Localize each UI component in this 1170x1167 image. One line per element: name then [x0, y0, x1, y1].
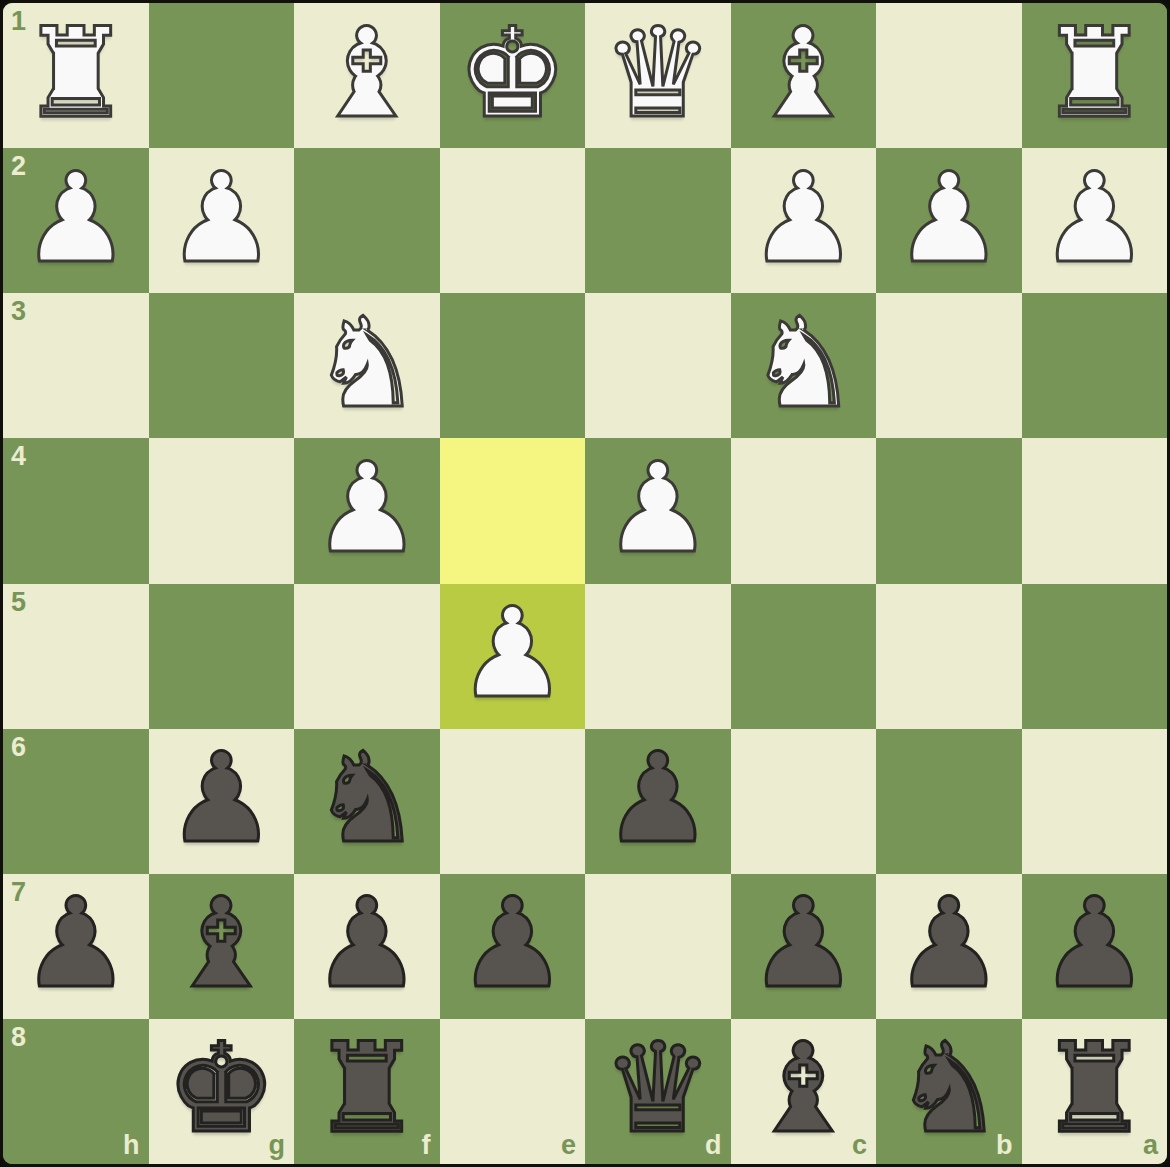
square-h7[interactable]: 7♟: [3, 874, 149, 1019]
white-pawn-a2[interactable]: ♟: [1039, 156, 1150, 280]
white-king-e1[interactable]: ♚: [457, 11, 568, 135]
square-e4[interactable]: [440, 438, 586, 583]
black-rook-f8[interactable]: ♜: [311, 1026, 422, 1150]
white-bishop-c1[interactable]: ♝: [748, 11, 859, 135]
square-c1[interactable]: ♝: [731, 3, 877, 148]
white-bishop-f1[interactable]: ♝: [311, 11, 422, 135]
square-a5[interactable]: [1022, 584, 1168, 729]
square-e7[interactable]: ♟: [440, 874, 586, 1019]
square-b5[interactable]: [876, 584, 1022, 729]
white-knight-f3[interactable]: ♞: [311, 301, 422, 425]
black-queen-d8[interactable]: ♛: [602, 1026, 713, 1150]
square-d8[interactable]: d♛: [585, 1019, 731, 1164]
square-d3[interactable]: [585, 293, 731, 438]
square-h4[interactable]: 4: [3, 438, 149, 583]
square-e8[interactable]: e: [440, 1019, 586, 1164]
square-c5[interactable]: [731, 584, 877, 729]
square-c7[interactable]: ♟: [731, 874, 877, 1019]
square-b8[interactable]: b♞: [876, 1019, 1022, 1164]
square-b4[interactable]: [876, 438, 1022, 583]
square-b7[interactable]: ♟: [876, 874, 1022, 1019]
square-a2[interactable]: ♟: [1022, 148, 1168, 293]
rank-label-8: 8: [11, 1024, 26, 1051]
rank-label-3: 3: [11, 298, 26, 325]
black-pawn-g6[interactable]: ♟: [166, 736, 277, 860]
square-d6[interactable]: ♟: [585, 729, 731, 874]
white-queen-d1[interactable]: ♛: [602, 11, 713, 135]
square-e2[interactable]: [440, 148, 586, 293]
square-c2[interactable]: ♟: [731, 148, 877, 293]
square-b6[interactable]: [876, 729, 1022, 874]
white-pawn-g2[interactable]: ♟: [166, 156, 277, 280]
square-b1[interactable]: [876, 3, 1022, 148]
square-d1[interactable]: ♛: [585, 3, 731, 148]
square-g6[interactable]: ♟: [149, 729, 295, 874]
rank-label-4: 4: [11, 443, 26, 470]
square-f1[interactable]: ♝: [294, 3, 440, 148]
black-pawn-b7[interactable]: ♟: [893, 881, 1004, 1005]
square-h6[interactable]: 6: [3, 729, 149, 874]
black-pawn-f7[interactable]: ♟: [311, 881, 422, 1005]
square-a1[interactable]: ♜: [1022, 3, 1168, 148]
square-h3[interactable]: 3: [3, 293, 149, 438]
square-g3[interactable]: [149, 293, 295, 438]
square-f6[interactable]: ♞: [294, 729, 440, 874]
black-pawn-h7[interactable]: ♟: [20, 881, 131, 1005]
square-a6[interactable]: [1022, 729, 1168, 874]
white-pawn-h2[interactable]: ♟: [20, 156, 131, 280]
square-c8[interactable]: c♝: [731, 1019, 877, 1164]
black-bishop-c8[interactable]: ♝: [748, 1026, 859, 1150]
square-c4[interactable]: [731, 438, 877, 583]
black-pawn-e7[interactable]: ♟: [457, 881, 568, 1005]
square-a7[interactable]: ♟: [1022, 874, 1168, 1019]
square-b3[interactable]: [876, 293, 1022, 438]
rank-label-5: 5: [11, 589, 26, 616]
white-rook-a1[interactable]: ♜: [1039, 11, 1150, 135]
black-knight-f6[interactable]: ♞: [311, 736, 422, 860]
white-pawn-c2[interactable]: ♟: [748, 156, 859, 280]
white-pawn-e5[interactable]: ♟: [457, 591, 568, 715]
black-pawn-d6[interactable]: ♟: [602, 736, 713, 860]
square-d7[interactable]: [585, 874, 731, 1019]
chess-board: 1♜♝♚♛♝♜2♟♟♟♟♟3♞♞4♟♟5♟6♟♞♟7♟♝♟♟♟♟♟8hg♚f♜e…: [0, 0, 1170, 1167]
white-rook-h1[interactable]: ♜: [20, 11, 131, 135]
square-e3[interactable]: [440, 293, 586, 438]
square-h1[interactable]: 1♜: [3, 3, 149, 148]
square-a8[interactable]: a♜: [1022, 1019, 1168, 1164]
square-f4[interactable]: ♟: [294, 438, 440, 583]
file-label-e: e: [561, 1132, 576, 1159]
square-g4[interactable]: [149, 438, 295, 583]
black-knight-b8[interactable]: ♞: [893, 1026, 1004, 1150]
square-f3[interactable]: ♞: [294, 293, 440, 438]
square-g5[interactable]: [149, 584, 295, 729]
square-g2[interactable]: ♟: [149, 148, 295, 293]
black-king-g8[interactable]: ♚: [166, 1026, 277, 1150]
square-e5[interactable]: ♟: [440, 584, 586, 729]
square-c6[interactable]: [731, 729, 877, 874]
square-g8[interactable]: g♚: [149, 1019, 295, 1164]
black-pawn-c7[interactable]: ♟: [748, 881, 859, 1005]
black-bishop-g7[interactable]: ♝: [166, 881, 277, 1005]
black-pawn-a7[interactable]: ♟: [1039, 881, 1150, 1005]
square-h5[interactable]: 5: [3, 584, 149, 729]
white-pawn-d4[interactable]: ♟: [602, 446, 713, 570]
square-f5[interactable]: [294, 584, 440, 729]
square-d2[interactable]: [585, 148, 731, 293]
square-a3[interactable]: [1022, 293, 1168, 438]
square-d4[interactable]: ♟: [585, 438, 731, 583]
file-label-h: h: [123, 1132, 140, 1159]
square-g1[interactable]: [149, 3, 295, 148]
square-h2[interactable]: 2♟: [3, 148, 149, 293]
square-e6[interactable]: [440, 729, 586, 874]
square-g7[interactable]: ♝: [149, 874, 295, 1019]
black-rook-a8[interactable]: ♜: [1039, 1026, 1150, 1150]
white-pawn-f4[interactable]: ♟: [311, 446, 422, 570]
file-label-f: f: [422, 1132, 431, 1159]
square-h8[interactable]: 8h: [3, 1019, 149, 1164]
rank-label-6: 6: [11, 734, 26, 761]
square-f2[interactable]: [294, 148, 440, 293]
square-a4[interactable]: [1022, 438, 1168, 583]
white-knight-c3[interactable]: ♞: [748, 301, 859, 425]
square-f8[interactable]: f♜: [294, 1019, 440, 1164]
square-b2[interactable]: ♟: [876, 148, 1022, 293]
square-c3[interactable]: ♞: [731, 293, 877, 438]
square-d5[interactable]: [585, 584, 731, 729]
white-pawn-b2[interactable]: ♟: [893, 156, 1004, 280]
square-f7[interactable]: ♟: [294, 874, 440, 1019]
square-e1[interactable]: ♚: [440, 3, 586, 148]
